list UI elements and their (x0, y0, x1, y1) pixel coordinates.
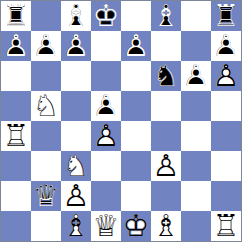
piece-outline-layer: ♗ (61, 211, 91, 241)
square-e2[interactable] (121, 181, 151, 211)
square-h3[interactable] (211, 151, 241, 181)
square-g1[interactable] (181, 211, 211, 241)
square-h8[interactable]: ♜♖ (211, 1, 241, 31)
square-g2[interactable] (181, 181, 211, 211)
square-h2[interactable] (211, 181, 241, 211)
piece-white-pawn: ♟♙ (61, 181, 91, 211)
piece-black-pawn: ♟♙ (1, 31, 31, 61)
piece-outline-layer: ♙ (211, 31, 241, 61)
square-e6[interactable] (121, 61, 151, 91)
square-a3[interactable] (1, 151, 31, 181)
square-e7[interactable]: ♟♙ (121, 31, 151, 61)
piece-outline-layer: ♘ (31, 91, 61, 121)
piece-outline-layer: ♙ (121, 31, 151, 61)
piece-outline-layer: ♙ (61, 181, 91, 211)
square-g3[interactable] (181, 151, 211, 181)
square-b3[interactable] (31, 151, 61, 181)
square-e3[interactable] (121, 151, 151, 181)
piece-outline-layer: ♙ (181, 61, 211, 91)
square-d8[interactable]: ♚♔ (91, 1, 121, 31)
square-h1[interactable]: ♜♖ (211, 211, 241, 241)
piece-black-bishop: ♝♗ (61, 1, 91, 31)
piece-outline-layer: ♖ (1, 1, 31, 31)
square-f3[interactable]: ♟♙ (151, 151, 181, 181)
piece-outline-layer: ♙ (211, 61, 241, 91)
square-h4[interactable] (211, 121, 241, 151)
piece-outline-layer: ♘ (61, 151, 91, 181)
square-e1[interactable]: ♚♔ (121, 211, 151, 241)
piece-outline-layer: ♗ (151, 1, 181, 31)
piece-black-knight: ♞♘ (151, 61, 181, 91)
piece-black-pawn: ♟♙ (121, 31, 151, 61)
square-a8[interactable]: ♜♖ (1, 1, 31, 31)
square-d6[interactable] (91, 61, 121, 91)
piece-white-knight: ♞♘ (31, 91, 61, 121)
square-a6[interactable] (1, 61, 31, 91)
piece-outline-layer: ♖ (211, 211, 241, 241)
piece-black-pawn: ♟♙ (61, 31, 91, 61)
square-e8[interactable] (121, 1, 151, 31)
piece-black-queen: ♛♕ (31, 181, 61, 211)
square-c5[interactable] (61, 91, 91, 121)
square-f5[interactable] (151, 91, 181, 121)
chess-board: ♜♖♝♗♚♔♝♗♜♖♟♙♟♙♟♙♟♙♟♙♞♘♟♙♟♙♞♘♟♙♜♖♟♙♞♘♟♙♛♕… (0, 0, 242, 242)
square-g6[interactable]: ♟♙ (181, 61, 211, 91)
piece-white-rook: ♜♖ (1, 121, 31, 151)
piece-white-pawn: ♟♙ (211, 61, 241, 91)
square-d4[interactable]: ♟♙ (91, 121, 121, 151)
piece-black-rook: ♜♖ (211, 1, 241, 31)
square-c6[interactable] (61, 61, 91, 91)
square-b7[interactable]: ♟♙ (31, 31, 61, 61)
piece-outline-layer: ♔ (91, 1, 121, 31)
square-h5[interactable] (211, 91, 241, 121)
square-c4[interactable] (61, 121, 91, 151)
piece-white-knight: ♞♘ (61, 151, 91, 181)
square-f2[interactable] (151, 181, 181, 211)
piece-outline-layer: ♖ (211, 1, 241, 31)
piece-outline-layer: ♘ (151, 61, 181, 91)
square-a5[interactable] (1, 91, 31, 121)
piece-white-pawn: ♟♙ (91, 121, 121, 151)
piece-outline-layer: ♕ (31, 181, 61, 211)
square-d1[interactable]: ♛♕ (91, 211, 121, 241)
square-h6[interactable]: ♟♙ (211, 61, 241, 91)
square-c8[interactable]: ♝♗ (61, 1, 91, 31)
square-h7[interactable]: ♟♙ (211, 31, 241, 61)
square-a2[interactable] (1, 181, 31, 211)
piece-black-pawn: ♟♙ (181, 61, 211, 91)
square-a4[interactable]: ♜♖ (1, 121, 31, 151)
square-d3[interactable] (91, 151, 121, 181)
square-d5[interactable]: ♟♙ (91, 91, 121, 121)
square-g7[interactable] (181, 31, 211, 61)
square-c1[interactable]: ♝♗ (61, 211, 91, 241)
square-f7[interactable] (151, 31, 181, 61)
square-a1[interactable] (1, 211, 31, 241)
piece-outline-layer: ♗ (61, 1, 91, 31)
square-b2[interactable]: ♛♕ (31, 181, 61, 211)
square-b4[interactable] (31, 121, 61, 151)
square-d7[interactable] (91, 31, 121, 61)
square-c2[interactable]: ♟♙ (61, 181, 91, 211)
square-c7[interactable]: ♟♙ (61, 31, 91, 61)
square-f8[interactable]: ♝♗ (151, 1, 181, 31)
piece-black-king: ♚♔ (91, 1, 121, 31)
piece-white-bishop: ♝♗ (151, 211, 181, 241)
square-f6[interactable]: ♞♘ (151, 61, 181, 91)
square-g8[interactable] (181, 1, 211, 31)
square-b5[interactable]: ♞♘ (31, 91, 61, 121)
piece-outline-layer: ♙ (91, 91, 121, 121)
piece-black-pawn: ♟♙ (91, 91, 121, 121)
square-b1[interactable] (31, 211, 61, 241)
square-b8[interactable] (31, 1, 61, 31)
square-e4[interactable] (121, 121, 151, 151)
square-b6[interactable] (31, 61, 61, 91)
square-d2[interactable] (91, 181, 121, 211)
chess-board-container: ♜♖♝♗♚♔♝♗♜♖♟♙♟♙♟♙♟♙♟♙♞♘♟♙♟♙♞♘♟♙♜♖♟♙♞♘♟♙♛♕… (0, 0, 242, 242)
square-f1[interactable]: ♝♗ (151, 211, 181, 241)
square-g5[interactable] (181, 91, 211, 121)
piece-outline-layer: ♕ (91, 211, 121, 241)
piece-white-king: ♚♔ (121, 211, 151, 241)
square-f4[interactable] (151, 121, 181, 151)
piece-outline-layer: ♙ (1, 31, 31, 61)
piece-outline-layer: ♗ (151, 211, 181, 241)
square-a7[interactable]: ♟♙ (1, 31, 31, 61)
piece-white-pawn: ♟♙ (151, 151, 181, 181)
square-e5[interactable] (121, 91, 151, 121)
piece-white-bishop: ♝♗ (61, 211, 91, 241)
piece-white-queen: ♛♕ (91, 211, 121, 241)
piece-outline-layer: ♙ (31, 31, 61, 61)
piece-black-bishop: ♝♗ (151, 1, 181, 31)
piece-outline-layer: ♙ (151, 151, 181, 181)
piece-outline-layer: ♙ (61, 31, 91, 61)
piece-black-pawn: ♟♙ (211, 31, 241, 61)
piece-outline-layer: ♖ (1, 121, 31, 151)
piece-white-rook: ♜♖ (211, 211, 241, 241)
square-c3[interactable]: ♞♘ (61, 151, 91, 181)
piece-outline-layer: ♔ (121, 211, 151, 241)
piece-outline-layer: ♙ (91, 121, 121, 151)
piece-black-rook: ♜♖ (1, 1, 31, 31)
piece-black-pawn: ♟♙ (31, 31, 61, 61)
square-g4[interactable] (181, 121, 211, 151)
